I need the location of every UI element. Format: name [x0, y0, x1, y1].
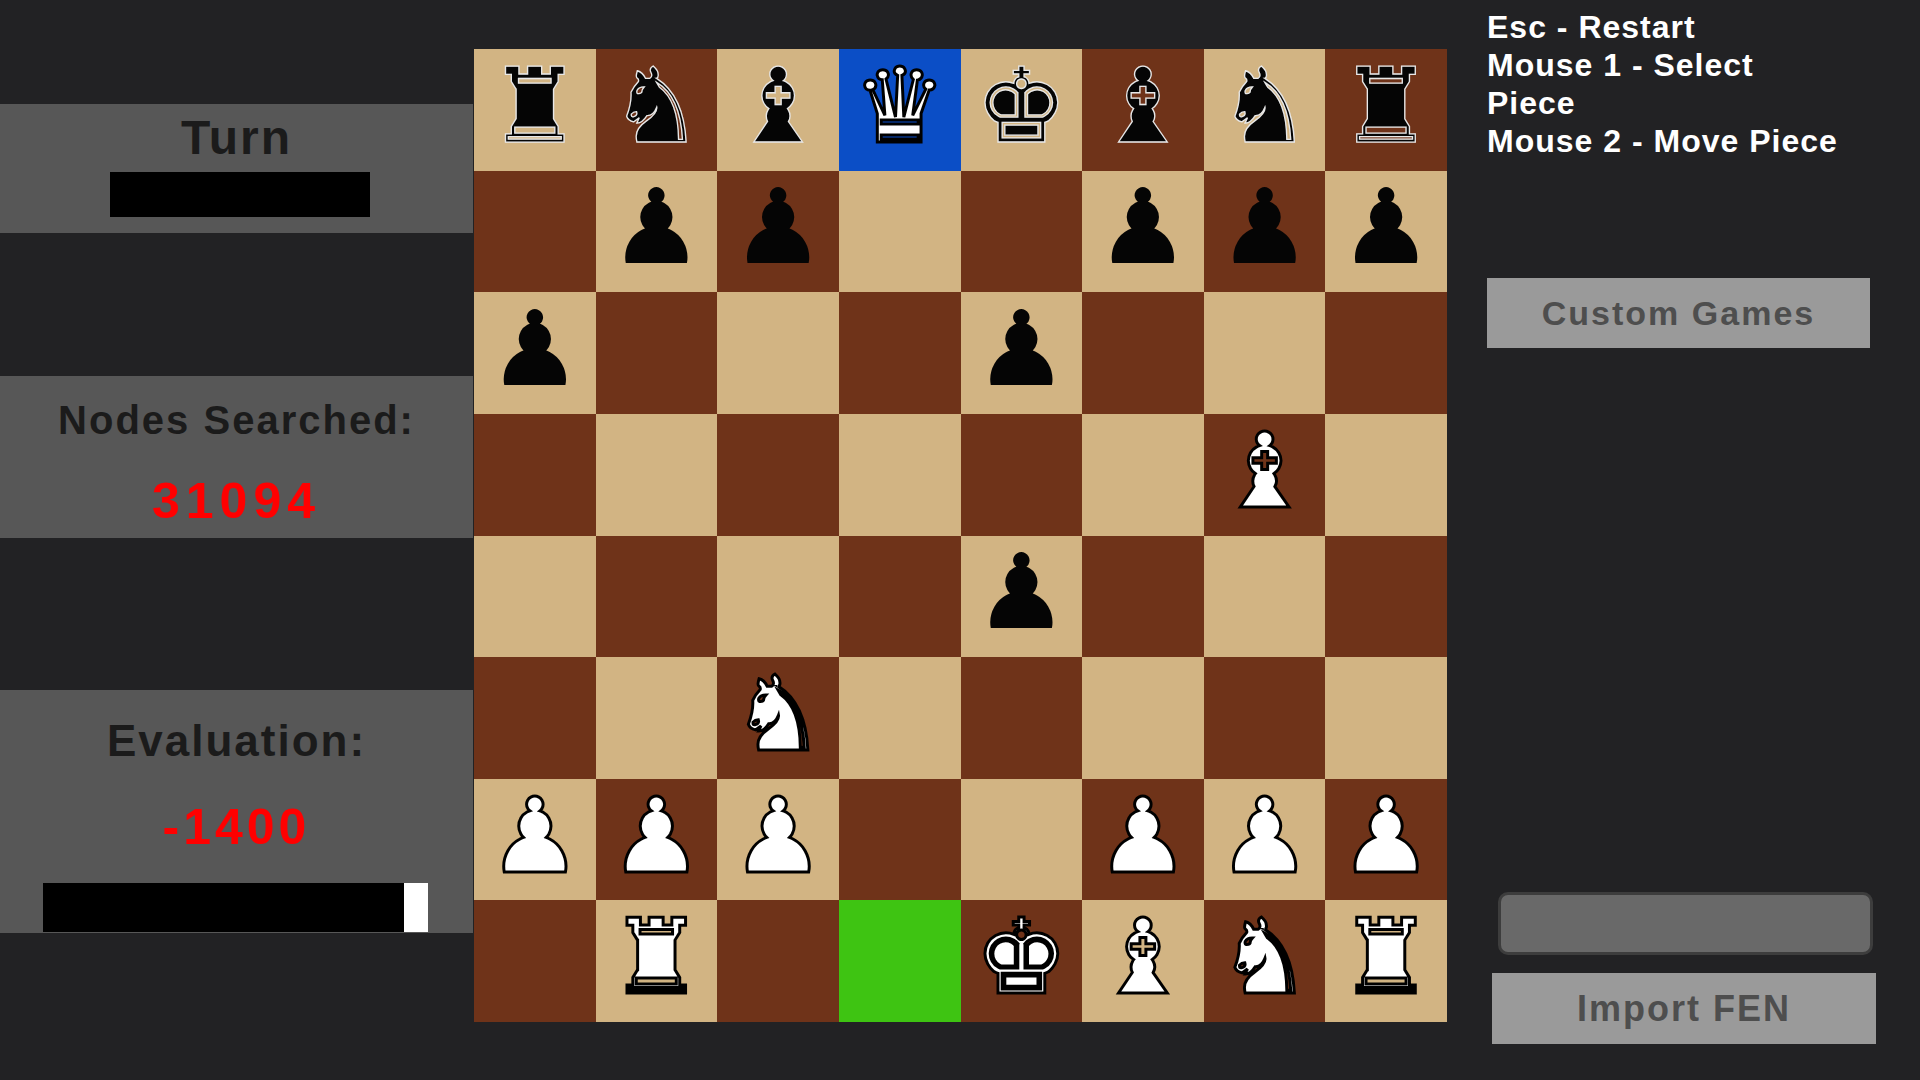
square-f3[interactable] [1082, 657, 1204, 779]
square-e2[interactable] [961, 779, 1083, 901]
nodes-searched-label: Nodes Searched: [0, 398, 473, 443]
piece-white-rook[interactable]: ♜ [1340, 905, 1433, 1009]
square-e8[interactable]: ♚ [961, 49, 1083, 171]
square-g1[interactable]: ♞ [1204, 900, 1326, 1022]
evaluation-panel: Evaluation: -1400 [0, 690, 473, 933]
square-d3[interactable] [839, 657, 961, 779]
square-d6[interactable] [839, 292, 961, 414]
square-c3[interactable]: ♞ [717, 657, 839, 779]
square-g4[interactable] [1204, 536, 1326, 658]
square-c1[interactable] [717, 900, 839, 1022]
instruction-line: Esc - Restart [1487, 8, 1917, 46]
square-g2[interactable]: ♟ [1204, 779, 1326, 901]
turn-panel: Turn [0, 104, 473, 233]
piece-black-knight[interactable]: ♞ [1218, 54, 1311, 158]
square-b5[interactable] [596, 414, 718, 536]
square-f7[interactable]: ♟ [1082, 171, 1204, 293]
turn-label: Turn [0, 110, 473, 165]
square-g5[interactable]: ♝ [1204, 414, 1326, 536]
square-a1[interactable] [474, 900, 596, 1022]
evaluation-label: Evaluation: [0, 716, 473, 766]
square-a4[interactable] [474, 536, 596, 658]
square-d2[interactable] [839, 779, 961, 901]
piece-white-bishop[interactable]: ♝ [1218, 419, 1311, 523]
square-c4[interactable] [717, 536, 839, 658]
piece-black-king[interactable]: ♚ [975, 54, 1068, 158]
square-h4[interactable] [1325, 536, 1447, 658]
square-c2[interactable]: ♟ [717, 779, 839, 901]
square-h7[interactable]: ♟ [1325, 171, 1447, 293]
instruction-line: Mouse 2 - Move Piece [1487, 122, 1917, 160]
square-f1[interactable]: ♝ [1082, 900, 1204, 1022]
square-a7[interactable] [474, 171, 596, 293]
instruction-line: Piece [1487, 84, 1917, 122]
square-b3[interactable] [596, 657, 718, 779]
square-b1[interactable]: ♜ [596, 900, 718, 1022]
square-h3[interactable] [1325, 657, 1447, 779]
instruction-line: Mouse 1 - Select [1487, 46, 1917, 84]
square-c8[interactable]: ♝ [717, 49, 839, 171]
square-h1[interactable]: ♜ [1325, 900, 1447, 1022]
square-f2[interactable]: ♟ [1082, 779, 1204, 901]
piece-black-pawn[interactable]: ♟ [1340, 175, 1433, 279]
square-b8[interactable]: ♞ [596, 49, 718, 171]
square-c5[interactable] [717, 414, 839, 536]
piece-black-knight[interactable]: ♞ [610, 54, 703, 158]
piece-black-pawn[interactable]: ♟ [1096, 175, 1189, 279]
custom-games-button[interactable]: Custom Games [1487, 278, 1870, 348]
nodes-searched-value: 31094 [0, 472, 473, 530]
square-c7[interactable]: ♟ [717, 171, 839, 293]
piece-white-king[interactable]: ♚ [975, 905, 1068, 1009]
square-g3[interactable] [1204, 657, 1326, 779]
piece-white-pawn[interactable]: ♟ [731, 784, 824, 888]
square-g7[interactable]: ♟ [1204, 171, 1326, 293]
square-d7[interactable] [839, 171, 961, 293]
piece-white-pawn[interactable]: ♟ [1218, 784, 1311, 888]
square-d1[interactable] [839, 900, 961, 1022]
piece-black-bishop[interactable]: ♝ [731, 54, 824, 158]
import-fen-button[interactable]: Import FEN [1492, 973, 1876, 1044]
square-a8[interactable]: ♜ [474, 49, 596, 171]
chess-board: ♜♞♝♛♚♝♞♜♟♟♟♟♟♟♟♝♟♞♟♟♟♟♟♟♜♚♝♞♜ [474, 49, 1447, 1022]
square-e3[interactable] [961, 657, 1083, 779]
square-d4[interactable] [839, 536, 961, 658]
piece-white-bishop[interactable]: ♝ [1096, 905, 1189, 1009]
square-h6[interactable] [1325, 292, 1447, 414]
evaluation-bar [43, 883, 428, 932]
square-e5[interactable] [961, 414, 1083, 536]
nodes-panel: Nodes Searched: 31094 [0, 376, 473, 538]
piece-black-rook[interactable]: ♜ [1340, 54, 1433, 158]
square-d8[interactable]: ♛ [839, 49, 961, 171]
square-a5[interactable] [474, 414, 596, 536]
piece-black-rook[interactable]: ♜ [488, 54, 581, 158]
piece-black-pawn[interactable]: ♟ [975, 540, 1068, 644]
piece-white-knight[interactable]: ♞ [1218, 905, 1311, 1009]
square-h8[interactable]: ♜ [1325, 49, 1447, 171]
piece-black-pawn[interactable]: ♟ [975, 297, 1068, 401]
piece-white-queen[interactable]: ♛ [853, 54, 946, 158]
turn-indicator-black [110, 172, 370, 217]
square-a2[interactable]: ♟ [474, 779, 596, 901]
square-h2[interactable]: ♟ [1325, 779, 1447, 901]
piece-white-pawn[interactable]: ♟ [1096, 784, 1189, 888]
square-a3[interactable] [474, 657, 596, 779]
square-f4[interactable] [1082, 536, 1204, 658]
piece-white-pawn[interactable]: ♟ [1340, 784, 1433, 888]
piece-white-pawn[interactable]: ♟ [488, 784, 581, 888]
piece-black-pawn[interactable]: ♟ [1218, 175, 1311, 279]
square-e4[interactable]: ♟ [961, 536, 1083, 658]
evaluation-bar-white-segment [404, 883, 428, 932]
piece-black-pawn[interactable]: ♟ [488, 297, 581, 401]
square-f8[interactable]: ♝ [1082, 49, 1204, 171]
instructions-text: Esc - Restart Mouse 1 - Select Piece Mou… [1487, 8, 1917, 160]
chess-app-window: Turn Nodes Searched: 31094 Evaluation: -… [0, 0, 1920, 1080]
square-d5[interactable] [839, 414, 961, 536]
square-g8[interactable]: ♞ [1204, 49, 1326, 171]
square-f6[interactable] [1082, 292, 1204, 414]
piece-white-knight[interactable]: ♞ [731, 662, 824, 766]
square-e1[interactable]: ♚ [961, 900, 1083, 1022]
evaluation-value: -1400 [0, 798, 473, 856]
piece-black-pawn[interactable]: ♟ [731, 175, 824, 279]
piece-white-rook[interactable]: ♜ [610, 905, 703, 1009]
square-e7[interactable] [961, 171, 1083, 293]
square-b7[interactable]: ♟ [596, 171, 718, 293]
piece-black-pawn[interactable]: ♟ [610, 175, 703, 279]
square-a6[interactable]: ♟ [474, 292, 596, 414]
square-b6[interactable] [596, 292, 718, 414]
square-g6[interactable] [1204, 292, 1326, 414]
fen-input[interactable] [1498, 892, 1873, 955]
piece-black-bishop[interactable]: ♝ [1096, 54, 1189, 158]
square-c6[interactable] [717, 292, 839, 414]
square-b4[interactable] [596, 536, 718, 658]
square-f5[interactable] [1082, 414, 1204, 536]
square-b2[interactable]: ♟ [596, 779, 718, 901]
piece-white-pawn[interactable]: ♟ [610, 784, 703, 888]
square-e6[interactable]: ♟ [961, 292, 1083, 414]
square-h5[interactable] [1325, 414, 1447, 536]
